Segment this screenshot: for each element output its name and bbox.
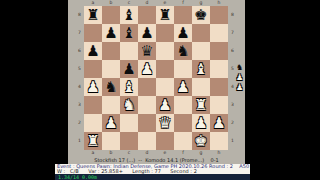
square-e2[interactable]: ♛	[156, 114, 174, 132]
square-h4[interactable]	[210, 78, 228, 96]
file-label-e: e	[156, 150, 174, 156]
rank-label-4: 4	[76, 78, 83, 96]
rank-labels-left: 87654321	[76, 6, 83, 150]
square-g7[interactable]	[192, 24, 210, 42]
square-c1[interactable]	[120, 132, 138, 150]
square-h8[interactable]	[210, 6, 228, 24]
white-pawn-d5: ♟	[140, 60, 153, 78]
square-b8[interactable]	[102, 6, 120, 24]
square-g5[interactable]: ♝	[192, 60, 210, 78]
square-f2[interactable]	[174, 114, 192, 132]
square-c4[interactable]: ♝	[120, 78, 138, 96]
material-tray: ♞♟♟	[234, 63, 245, 93]
black-king-g8: ♚	[194, 6, 207, 24]
white-pawn-h2: ♟	[212, 114, 225, 132]
engine-eval-bar: 1.34/14 0.00m	[55, 174, 250, 180]
file-label-b: b	[102, 150, 120, 156]
square-e6[interactable]	[156, 42, 174, 60]
square-a5[interactable]	[84, 60, 102, 78]
square-e3[interactable]: ♟	[156, 96, 174, 114]
rank-label-1: 1	[229, 132, 236, 150]
rank-label-5: 5	[76, 60, 83, 78]
tray-black-knight-icon: ♞	[236, 63, 243, 73]
black-bishop-c7: ♝	[122, 24, 135, 42]
square-c2[interactable]	[120, 114, 138, 132]
square-e7[interactable]	[156, 24, 174, 42]
chess-board[interactable]: ♜♝♜♚♟♝♟♟♟♛♞♟♟♝♟♞♝♟♞♟♜♟♛♟♟♜♚	[84, 6, 228, 150]
file-label-c: c	[120, 150, 138, 156]
square-h1[interactable]	[210, 132, 228, 150]
black-pawn-f7: ♟	[176, 24, 189, 42]
file-label-a: a	[84, 150, 102, 156]
rank-label-7: 7	[76, 24, 83, 42]
white-pawn-g2: ♟	[194, 114, 207, 132]
black-rook-a8: ♜	[86, 6, 99, 24]
file-label-f: f	[174, 150, 192, 156]
rank-label-8: 8	[76, 6, 83, 24]
file-labels-bottom: abcdefgh	[84, 150, 228, 156]
black-knight-b4: ♞	[104, 78, 117, 96]
square-e8[interactable]: ♜	[156, 6, 174, 24]
square-h3[interactable]	[210, 96, 228, 114]
square-f1[interactable]	[174, 132, 192, 150]
tray-white-pawn-icon: ♟	[236, 83, 243, 93]
white-bishop-g5: ♝	[194, 60, 207, 78]
square-a6[interactable]: ♟	[84, 42, 102, 60]
square-g4[interactable]	[192, 78, 210, 96]
file-label-d: d	[138, 150, 156, 156]
white-rook-g3: ♜	[194, 96, 207, 114]
square-d5[interactable]: ♟	[138, 60, 156, 78]
square-b2[interactable]: ♟	[102, 114, 120, 132]
square-a7[interactable]	[84, 24, 102, 42]
square-f8[interactable]	[174, 6, 192, 24]
board-zone: abcdefgh abcdefgh 87654321 87654321 ♜♝♜♚…	[68, 0, 245, 164]
black-pawn-b7: ♟	[104, 24, 117, 42]
white-bishop-c4: ♝	[122, 78, 135, 96]
square-a3[interactable]	[84, 96, 102, 114]
square-f4[interactable]: ♟	[174, 78, 192, 96]
white-knight-c3: ♞	[122, 96, 135, 114]
square-a2[interactable]	[84, 114, 102, 132]
white-rook-a1: ♜	[86, 132, 99, 150]
rank-label-2: 2	[76, 114, 83, 132]
file-label-h: h	[210, 150, 228, 156]
square-d2[interactable]	[138, 114, 156, 132]
square-a8[interactable]: ♜	[84, 6, 102, 24]
white-queen-e2: ♛	[158, 114, 171, 132]
square-b4[interactable]: ♞	[102, 78, 120, 96]
square-a4[interactable]: ♟	[84, 78, 102, 96]
square-c7[interactable]: ♝	[120, 24, 138, 42]
square-b6[interactable]	[102, 42, 120, 60]
square-b3[interactable]	[102, 96, 120, 114]
square-e5[interactable]	[156, 60, 174, 78]
black-queen-d6: ♛	[140, 42, 153, 60]
rank-label-6: 6	[229, 42, 236, 60]
square-c6[interactable]	[120, 42, 138, 60]
square-d1[interactable]	[138, 132, 156, 150]
square-d8[interactable]	[138, 6, 156, 24]
square-g1[interactable]: ♚	[192, 132, 210, 150]
white-pawn-e3: ♟	[158, 96, 171, 114]
square-b1[interactable]	[102, 132, 120, 150]
square-d7[interactable]: ♟	[138, 24, 156, 42]
square-b7[interactable]: ♟	[102, 24, 120, 42]
engine-eval-text: 1.34/14 0.00m	[55, 174, 250, 180]
square-c5[interactable]: ♟	[120, 60, 138, 78]
rank-label-2: 2	[229, 114, 236, 132]
black-bishop-c8: ♝	[122, 6, 135, 24]
square-g2[interactable]: ♟	[192, 114, 210, 132]
rank-label-7: 7	[229, 24, 236, 42]
square-e4[interactable]	[156, 78, 174, 96]
square-a1[interactable]: ♜	[84, 132, 102, 150]
square-g8[interactable]: ♚	[192, 6, 210, 24]
square-c8[interactable]: ♝	[120, 6, 138, 24]
white-king-g1: ♚	[194, 132, 207, 150]
black-pawn-a6: ♟	[86, 42, 99, 60]
file-label-g: g	[192, 150, 210, 156]
square-b5[interactable]	[102, 60, 120, 78]
square-e1[interactable]	[156, 132, 174, 150]
rank-label-1: 1	[76, 132, 83, 150]
white-pawn-f4: ♟	[176, 78, 189, 96]
square-d6[interactable]: ♛	[138, 42, 156, 60]
square-f3[interactable]	[174, 96, 192, 114]
rank-label-8: 8	[229, 6, 236, 24]
game-info-panel: Event : Queens Pawn: Indian Defense, Gam…	[55, 164, 250, 174]
rank-label-3: 3	[229, 96, 236, 114]
black-pawn-d7: ♟	[140, 24, 153, 42]
square-h5[interactable]	[210, 60, 228, 78]
video-frame: abcdefgh abcdefgh 87654321 87654321 ♜♝♜♚…	[0, 0, 320, 180]
square-h6[interactable]	[210, 42, 228, 60]
black-rook-e8: ♜	[158, 6, 171, 24]
black-pawn-c5: ♟	[122, 60, 135, 78]
square-h7[interactable]	[210, 24, 228, 42]
rank-label-6: 6	[76, 42, 83, 60]
white-pawn-a4: ♟	[86, 78, 99, 96]
square-f6[interactable]: ♞	[174, 42, 192, 60]
tray-white-pawn-icon: ♟	[236, 73, 243, 83]
square-d4[interactable]	[138, 78, 156, 96]
letterbox-left	[0, 0, 55, 180]
black-knight-f6: ♞	[176, 42, 189, 60]
square-h2[interactable]: ♟	[210, 114, 228, 132]
square-f7[interactable]: ♟	[174, 24, 192, 42]
white-pawn-b2: ♟	[104, 114, 117, 132]
square-d3[interactable]	[138, 96, 156, 114]
square-f5[interactable]	[174, 60, 192, 78]
square-c3[interactable]: ♞	[120, 96, 138, 114]
square-g3[interactable]: ♜	[192, 96, 210, 114]
letterbox-right	[250, 0, 320, 180]
rank-label-3: 3	[76, 96, 83, 114]
square-g6[interactable]	[192, 42, 210, 60]
